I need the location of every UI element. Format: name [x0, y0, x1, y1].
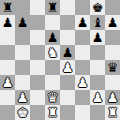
square-d2[interactable]: ♛ [45, 90, 60, 105]
square-d1[interactable]: ♜ [45, 105, 60, 120]
square-a8[interactable]: ♜ [0, 0, 15, 15]
square-b5[interactable] [15, 45, 30, 60]
piece-white-pawn[interactable]: ♟ [107, 90, 119, 105]
piece-white-king[interactable]: ♚ [17, 105, 29, 120]
piece-white-pawn[interactable]: ♟ [62, 60, 74, 75]
piece-black-pawn[interactable]: ♟ [92, 30, 104, 45]
piece-white-pawn[interactable]: ♟ [92, 90, 104, 105]
square-d5[interactable]: ♞ [45, 45, 60, 60]
square-g5[interactable] [90, 45, 105, 60]
square-b1[interactable]: ♚ [15, 105, 30, 120]
piece-black-pawn[interactable]: ♟ [107, 15, 119, 30]
piece-black-king[interactable]: ♚ [92, 0, 104, 15]
piece-black-rook[interactable]: ♜ [2, 0, 14, 15]
square-d4[interactable] [45, 60, 60, 75]
square-d8[interactable]: ♜ [45, 0, 60, 15]
square-e1[interactable] [60, 105, 75, 120]
square-a7[interactable]: ♟ [0, 15, 15, 30]
square-c5[interactable] [30, 45, 45, 60]
square-a2[interactable] [0, 90, 15, 105]
piece-white-queen[interactable]: ♛ [47, 90, 59, 105]
square-f6[interactable] [75, 30, 90, 45]
square-g6[interactable]: ♟ [90, 30, 105, 45]
square-d6[interactable]: ♟ [45, 30, 60, 45]
square-h3[interactable] [105, 75, 120, 90]
square-a1[interactable] [0, 105, 15, 120]
piece-black-pawn[interactable]: ♟ [62, 45, 74, 60]
piece-black-pawn[interactable]: ♟ [2, 15, 14, 30]
square-c7[interactable] [30, 15, 45, 30]
square-e6[interactable] [60, 30, 75, 45]
square-f2[interactable] [75, 90, 90, 105]
square-h4[interactable]: ♛ [105, 60, 120, 75]
piece-white-pawn[interactable]: ♟ [17, 90, 29, 105]
square-f3[interactable]: ♟ [75, 75, 90, 90]
square-c6[interactable] [30, 30, 45, 45]
square-h2[interactable]: ♟ [105, 90, 120, 105]
square-a4[interactable] [0, 60, 15, 75]
square-g4[interactable] [90, 60, 105, 75]
chess-board: ♜♜♚♟♟♟♝♟♟♟♞♟♟♛♟♟♟♛♟♟♚♜♜ [0, 0, 120, 120]
square-h7[interactable]: ♟ [105, 15, 120, 30]
square-g8[interactable]: ♚ [90, 0, 105, 15]
square-h6[interactable] [105, 30, 120, 45]
square-e3[interactable] [60, 75, 75, 90]
square-a3[interactable]: ♟ [0, 75, 15, 90]
square-g3[interactable] [90, 75, 105, 90]
square-g2[interactable]: ♟ [90, 90, 105, 105]
square-f4[interactable] [75, 60, 90, 75]
piece-black-pawn[interactable]: ♟ [17, 15, 29, 30]
piece-white-rook[interactable]: ♜ [107, 105, 119, 120]
square-c4[interactable] [30, 60, 45, 75]
square-g1[interactable] [90, 105, 105, 120]
square-g7[interactable]: ♝ [90, 15, 105, 30]
piece-white-pawn[interactable]: ♟ [77, 75, 89, 90]
square-f1[interactable] [75, 105, 90, 120]
square-b6[interactable] [15, 30, 30, 45]
piece-white-pawn[interactable]: ♟ [2, 75, 14, 90]
square-d3[interactable] [45, 75, 60, 90]
square-e2[interactable] [60, 90, 75, 105]
piece-white-knight[interactable]: ♞ [47, 45, 59, 60]
square-c3[interactable] [30, 75, 45, 90]
square-e5[interactable]: ♟ [60, 45, 75, 60]
square-a5[interactable] [0, 45, 15, 60]
square-c2[interactable] [30, 90, 45, 105]
square-c1[interactable] [30, 105, 45, 120]
square-f5[interactable] [75, 45, 90, 60]
square-f7[interactable]: ♟ [75, 15, 90, 30]
square-b4[interactable] [15, 60, 30, 75]
square-b2[interactable]: ♟ [15, 90, 30, 105]
square-h1[interactable]: ♜ [105, 105, 120, 120]
piece-white-rook[interactable]: ♜ [47, 105, 59, 120]
square-f8[interactable] [75, 0, 90, 15]
square-b8[interactable] [15, 0, 30, 15]
square-d7[interactable] [45, 15, 60, 30]
piece-black-pawn[interactable]: ♟ [47, 30, 59, 45]
square-b3[interactable] [15, 75, 30, 90]
square-e8[interactable] [60, 0, 75, 15]
piece-black-rook[interactable]: ♜ [47, 0, 59, 15]
square-c8[interactable] [30, 0, 45, 15]
square-a6[interactable] [0, 30, 15, 45]
square-e7[interactable] [60, 15, 75, 30]
square-h8[interactable] [105, 0, 120, 15]
piece-black-bishop[interactable]: ♝ [92, 15, 104, 30]
piece-black-queen[interactable]: ♛ [107, 60, 119, 75]
square-b7[interactable]: ♟ [15, 15, 30, 30]
square-h5[interactable] [105, 45, 120, 60]
square-e4[interactable]: ♟ [60, 60, 75, 75]
piece-black-pawn[interactable]: ♟ [77, 15, 89, 30]
